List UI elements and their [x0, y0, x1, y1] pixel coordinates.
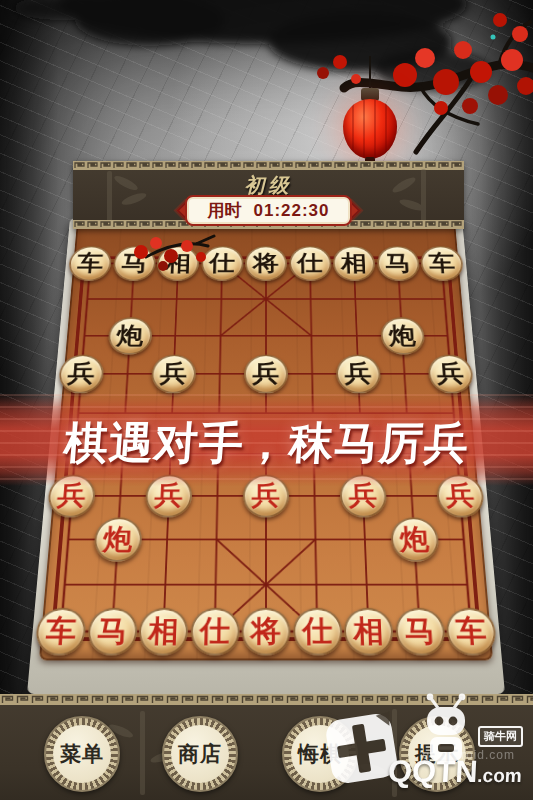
toolbar-button-menu[interactable]: 菜单 — [44, 716, 120, 792]
red-lantern — [340, 56, 400, 168]
piece-black-仕[interactable]: 仕 — [201, 246, 244, 281]
toolbar-button-label: 菜单 — [60, 740, 104, 768]
meander-border-top — [73, 161, 464, 170]
piece-black-兵[interactable]: 兵 — [336, 355, 381, 394]
toolbar-button-label: 商店 — [178, 740, 222, 768]
piece-black-将[interactable]: 将 — [245, 246, 287, 281]
watermark: 骑牛网 qqandroid.com QQTN.com — [308, 692, 533, 800]
river-banner: 棋遇对手，秣马厉兵 — [0, 394, 533, 486]
piece-black-兵[interactable]: 兵 — [244, 355, 288, 394]
timer-value: 01:22:30 — [253, 201, 329, 221]
timer-label: 用时 — [207, 199, 241, 222]
piece-red-仕[interactable]: 仕 — [190, 608, 240, 656]
river-banner-text: 棋遇对手，秣马厉兵 — [0, 414, 533, 473]
status-banner: 初级 用时 01:22:30 — [73, 161, 464, 229]
game-screen: 初级 用时 01:22:30 车马相仕将仕相马车炮炮兵兵兵兵兵兵兵兵兵兵炮炮车马… — [0, 0, 533, 800]
piece-red-将[interactable]: 将 — [241, 608, 290, 656]
lantern-string — [369, 56, 371, 92]
watermark-site: QQTN.com — [387, 754, 523, 790]
toolbar-button-shop[interactable]: 商店 — [162, 716, 238, 792]
piece-black-相[interactable]: 相 — [332, 246, 375, 281]
lantern-ribs — [343, 99, 397, 159]
watermark-badge: 骑牛网 — [478, 726, 523, 747]
piece-red-仕[interactable]: 仕 — [293, 608, 343, 656]
piece-black-仕[interactable]: 仕 — [289, 246, 332, 281]
